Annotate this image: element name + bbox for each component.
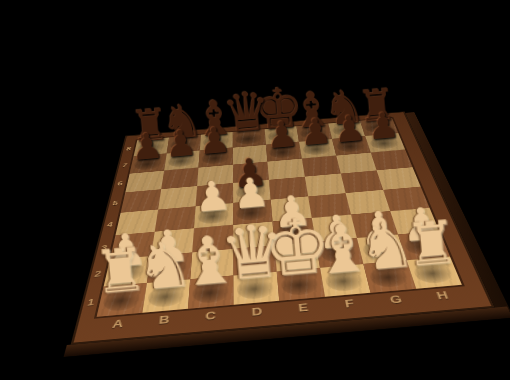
piece-white-rook-h1[interactable]: ♜	[402, 214, 459, 274]
piece-black-pawn-f7[interactable]: ♟	[298, 113, 333, 150]
chess-board-3d: ♜♞♝♛♚♝♞♜♟♟♟♟♟♟♟♟♟♟♟♟♟♟♟♟♜♞♝♛♚♝♞♜ A B C D…	[71, 111, 495, 344]
piece-black-pawn-c7[interactable]: ♟	[197, 122, 232, 159]
square-b7[interactable]: ♟	[164, 150, 200, 170]
file-label-b: B	[139, 312, 188, 337]
square-g5[interactable]	[341, 170, 383, 193]
file-label-h: H	[417, 288, 471, 312]
piece-black-pawn-b7[interactable]: ♟	[163, 125, 198, 162]
piece-black-pawn-g7[interactable]: ♟	[332, 110, 367, 147]
file-label-g: G	[371, 292, 424, 316]
file-label-e: E	[280, 300, 329, 324]
file-label-d: D	[234, 304, 282, 329]
file-label-c: C	[186, 308, 234, 333]
square-b5[interactable]	[158, 186, 197, 209]
square-h5[interactable]	[377, 167, 421, 190]
piece-black-pawn-e7[interactable]: ♟	[265, 116, 300, 153]
square-b1[interactable]: ♞	[142, 279, 190, 313]
square-h1[interactable]: ♜	[407, 256, 462, 288]
piece-black-pawn-h7[interactable]: ♟	[366, 107, 401, 144]
board-squares: ♜♞♝♛♚♝♞♜♟♟♟♟♟♟♟♟♟♟♟♟♟♟♟♟♜♞♝♛♚♝♞♜	[97, 118, 462, 317]
chessboard-scene: ♜♞♝♛♚♝♞♜♟♟♟♟♟♟♟♟♟♟♟♟♟♟♟♟♜♞♝♛♚♝♞♜ A B C D…	[0, 0, 510, 380]
square-a1[interactable]: ♜	[97, 283, 147, 317]
piece-white-rook-a1[interactable]: ♜	[91, 242, 148, 302]
file-label-f: F	[325, 296, 376, 320]
square-h6[interactable]	[371, 149, 413, 170]
file-label-a: A	[91, 316, 142, 341]
